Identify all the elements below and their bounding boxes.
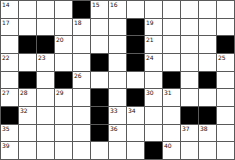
clue-number: 24 xyxy=(146,54,154,61)
cell-r3c0[interactable]: 22 xyxy=(1,54,18,71)
cell-r7c2[interactable] xyxy=(37,125,54,142)
cell-r5c11[interactable] xyxy=(199,89,216,106)
cell-r6c2[interactable] xyxy=(37,107,54,124)
cell-r4c7[interactable] xyxy=(127,72,144,89)
cell-r5c6[interactable] xyxy=(109,89,126,106)
cell-r2c5[interactable] xyxy=(91,36,108,53)
cell-r1c12[interactable] xyxy=(217,19,234,36)
clue-number: 27 xyxy=(2,89,10,96)
clue-number: 26 xyxy=(74,72,82,79)
cell-r0c0[interactable]: 14 xyxy=(1,1,18,18)
cell-r0c6[interactable]: 16 xyxy=(109,1,126,18)
clue-number: 19 xyxy=(146,19,154,26)
clue-number: 25 xyxy=(218,54,226,61)
cell-r4c12[interactable] xyxy=(217,72,234,89)
cell-r3c8[interactable]: 24 xyxy=(145,54,162,71)
cell-r6c8[interactable] xyxy=(145,107,162,124)
black-cell-r4c11 xyxy=(199,72,216,89)
cell-r0c8[interactable] xyxy=(145,1,162,18)
cell-r1c11[interactable] xyxy=(199,19,216,36)
cell-r1c4[interactable]: 18 xyxy=(73,19,90,36)
black-cell-r7c5 xyxy=(91,125,108,142)
cell-r5c4[interactable] xyxy=(73,89,90,106)
black-cell-r4c3 xyxy=(55,72,72,89)
clue-number: 32 xyxy=(20,107,28,114)
clue-number: 14 xyxy=(2,1,10,8)
cell-r2c3[interactable]: 20 xyxy=(55,36,72,53)
cell-r8c1[interactable] xyxy=(19,142,36,159)
cell-r8c12[interactable] xyxy=(217,142,234,159)
cell-r3c4[interactable] xyxy=(73,54,90,71)
cell-r6c12[interactable] xyxy=(217,107,234,124)
black-cell-r2c1 xyxy=(19,36,36,53)
cell-r4c5[interactable] xyxy=(91,72,108,89)
cell-r2c9[interactable] xyxy=(163,36,180,53)
cell-r3c3[interactable] xyxy=(55,54,72,71)
cell-r1c8[interactable]: 19 xyxy=(145,19,162,36)
black-cell-r6c0 xyxy=(1,107,18,124)
clue-number: 23 xyxy=(38,54,46,61)
cell-r4c6[interactable] xyxy=(109,72,126,89)
cell-r8c0[interactable]: 39 xyxy=(1,142,18,159)
clue-number: 15 xyxy=(92,1,100,8)
cell-r3c11[interactable] xyxy=(199,54,216,71)
black-cell-r1c7 xyxy=(127,19,144,36)
black-cell-r2c2 xyxy=(37,36,54,53)
cell-r7c12[interactable] xyxy=(217,125,234,142)
cell-r8c6[interactable] xyxy=(109,142,126,159)
cell-r1c3[interactable] xyxy=(55,19,72,36)
black-cell-r0c4 xyxy=(73,1,90,18)
cell-r4c2[interactable] xyxy=(37,72,54,89)
cell-r8c7[interactable] xyxy=(127,142,144,159)
black-cell-r4c1 xyxy=(19,72,36,89)
cell-r1c0[interactable]: 17 xyxy=(1,19,18,36)
cell-r3c9[interactable] xyxy=(163,54,180,71)
cell-r7c8[interactable] xyxy=(145,125,162,142)
cell-r5c8[interactable]: 30 xyxy=(145,89,162,106)
cell-r5c1[interactable]: 28 xyxy=(19,89,36,106)
cell-r2c11[interactable] xyxy=(199,36,216,53)
cell-r0c7[interactable] xyxy=(127,1,144,18)
cell-r0c1[interactable] xyxy=(19,1,36,18)
cell-r2c8[interactable]: 21 xyxy=(145,36,162,53)
cell-r1c2[interactable] xyxy=(37,19,54,36)
clue-number: 28 xyxy=(20,89,28,96)
cell-r6c7[interactable]: 34 xyxy=(127,107,144,124)
clue-number: 34 xyxy=(128,107,136,114)
cell-r4c10[interactable] xyxy=(181,72,198,89)
cell-r7c0[interactable]: 35 xyxy=(1,125,18,142)
cell-r5c12[interactable] xyxy=(217,89,234,106)
cell-r1c6[interactable] xyxy=(109,19,126,36)
clue-number: 17 xyxy=(2,19,10,26)
cell-r5c10[interactable] xyxy=(181,89,198,106)
cell-r6c1[interactable]: 32 xyxy=(19,107,36,124)
clue-number: 37 xyxy=(182,125,190,132)
cell-r2c6[interactable] xyxy=(109,36,126,53)
cell-r7c10[interactable]: 37 xyxy=(181,125,198,142)
black-cell-r2c12 xyxy=(217,36,234,53)
black-cell-r5c5 xyxy=(91,89,108,106)
cell-r0c3[interactable] xyxy=(55,1,72,18)
black-cell-r6c11 xyxy=(199,107,216,124)
black-cell-r6c5 xyxy=(91,107,108,124)
cell-r3c6[interactable] xyxy=(109,54,126,71)
cell-r1c1[interactable] xyxy=(19,19,36,36)
cell-r0c2[interactable] xyxy=(37,1,54,18)
clue-number: 38 xyxy=(200,125,208,132)
cell-r1c10[interactable] xyxy=(181,19,198,36)
cell-r3c2[interactable]: 23 xyxy=(37,54,54,71)
black-cell-r2c7 xyxy=(127,36,144,53)
cell-r4c4[interactable]: 26 xyxy=(73,72,90,89)
cell-r1c9[interactable] xyxy=(163,19,180,36)
black-cell-r8c8 xyxy=(145,142,162,159)
cell-r3c1[interactable] xyxy=(19,54,36,71)
cell-r2c0[interactable] xyxy=(1,36,18,53)
cell-r7c11[interactable]: 38 xyxy=(199,125,216,142)
clue-number: 16 xyxy=(110,1,118,8)
clue-number: 40 xyxy=(164,142,172,149)
cell-r7c3[interactable] xyxy=(55,125,72,142)
cell-r8c5[interactable] xyxy=(91,142,108,159)
black-cell-r6c10 xyxy=(181,107,198,124)
black-cell-r5c7 xyxy=(127,89,144,106)
cell-r4c0[interactable] xyxy=(1,72,18,89)
cell-r8c11[interactable] xyxy=(199,142,216,159)
cell-r1c5[interactable] xyxy=(91,19,108,36)
cell-r7c7[interactable] xyxy=(127,125,144,142)
cell-r7c6[interactable]: 36 xyxy=(109,125,126,142)
cell-r7c1[interactable] xyxy=(19,125,36,142)
black-cell-r3c5 xyxy=(91,54,108,71)
cell-r2c10[interactable] xyxy=(181,36,198,53)
cell-r3c10[interactable] xyxy=(181,54,198,71)
cell-r6c6[interactable]: 33 xyxy=(109,107,126,124)
cell-r8c10[interactable] xyxy=(181,142,198,159)
cell-r5c3[interactable]: 29 xyxy=(55,89,72,106)
black-cell-r4c9 xyxy=(163,72,180,89)
cell-r5c9[interactable]: 31 xyxy=(163,89,180,106)
cell-r8c2[interactable] xyxy=(37,142,54,159)
cell-r8c9[interactable]: 40 xyxy=(163,142,180,159)
clue-number: 33 xyxy=(110,107,118,114)
cell-r0c9[interactable] xyxy=(163,1,180,18)
cell-r6c3[interactable] xyxy=(55,107,72,124)
crossword-grid: 1415161718192021222324252627282930313233… xyxy=(0,0,235,160)
clue-number: 39 xyxy=(2,142,10,149)
cell-r4c8[interactable] xyxy=(145,72,162,89)
cell-r6c4[interactable] xyxy=(73,107,90,124)
clue-number: 35 xyxy=(2,125,10,132)
cell-r5c2[interactable] xyxy=(37,89,54,106)
clue-number: 22 xyxy=(2,54,10,61)
clue-number: 36 xyxy=(110,125,118,132)
cell-r0c10[interactable] xyxy=(181,1,198,18)
cell-r0c5[interactable]: 15 xyxy=(91,1,108,18)
clue-number: 29 xyxy=(56,89,64,96)
cell-r0c12[interactable] xyxy=(217,1,234,18)
clue-number: 18 xyxy=(74,19,82,26)
cell-r5c0[interactable]: 27 xyxy=(1,89,18,106)
cell-r6c9[interactable] xyxy=(163,107,180,124)
cell-r2c4[interactable] xyxy=(73,36,90,53)
clue-number: 20 xyxy=(56,36,64,43)
black-cell-r3c7 xyxy=(127,54,144,71)
cell-r7c9[interactable] xyxy=(163,125,180,142)
cell-r8c4[interactable] xyxy=(73,142,90,159)
clue-number: 21 xyxy=(146,36,154,43)
clue-number: 30 xyxy=(146,89,154,96)
cell-r0c11[interactable] xyxy=(199,1,216,18)
clue-number: 31 xyxy=(164,89,172,96)
cell-r7c4[interactable] xyxy=(73,125,90,142)
cell-r3c12[interactable]: 25 xyxy=(217,54,234,71)
cell-r8c3[interactable] xyxy=(55,142,72,159)
